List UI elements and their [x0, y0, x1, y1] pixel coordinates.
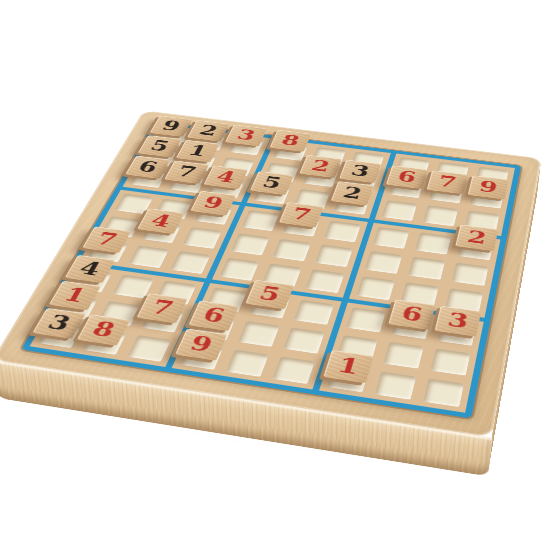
cell-recess	[415, 232, 451, 254]
cell-recess	[315, 244, 353, 267]
cell-r4c4[interactable]	[237, 207, 284, 234]
cell-r5c3[interactable]	[178, 224, 227, 252]
cell-recess	[127, 335, 171, 362]
cell-recess	[356, 276, 395, 300]
tile-8-r1c4[interactable]: 8	[270, 130, 312, 152]
tile-number: 4	[76, 259, 104, 278]
cell-recess	[242, 210, 280, 231]
cell-r4c9[interactable]: 2	[453, 235, 498, 263]
tile-number: 7	[149, 297, 177, 317]
box-3-2: 569	[172, 283, 342, 390]
cell-r6c7[interactable]	[351, 273, 399, 303]
cell-recess	[220, 258, 260, 281]
tile-5-r3c4[interactable]: 5	[250, 171, 294, 195]
tile-number: 2	[466, 228, 488, 246]
cell-r7c7[interactable]	[341, 304, 391, 336]
tile-number: 3	[235, 128, 258, 143]
cell-r7c6[interactable]	[289, 297, 339, 329]
cell-r9c3[interactable]	[122, 332, 177, 366]
tile-number: 4	[214, 169, 238, 185]
cell-recess	[373, 227, 410, 249]
cell-recess	[383, 342, 423, 369]
cell-r4c7[interactable]	[368, 224, 414, 252]
cell-recess	[324, 221, 361, 243]
cell-recess	[226, 350, 269, 377]
cell-r5c9[interactable]	[447, 260, 493, 289]
cell-r5c6[interactable]	[310, 242, 358, 270]
tile-number: 3	[446, 310, 470, 331]
tile-number: 2	[310, 158, 333, 174]
tile-7-r6c1[interactable]: 7	[82, 226, 131, 253]
cell-recess	[365, 251, 403, 274]
cell-recess	[305, 269, 344, 293]
tile-number: 8	[89, 319, 118, 340]
cell-recess	[273, 239, 311, 262]
tile-number: 6	[396, 169, 418, 185]
cell-recess	[423, 378, 464, 407]
tile-number: 3	[45, 312, 74, 333]
cell-recess	[408, 257, 445, 280]
cell-recess	[375, 371, 417, 400]
tile-number: 7	[437, 174, 458, 190]
tile-number: 2	[341, 185, 364, 201]
cell-recess	[430, 348, 470, 375]
tile-number: 7	[290, 206, 314, 223]
cell-r8c3[interactable]: 7	[136, 304, 189, 336]
cell-r3c7[interactable]	[377, 198, 422, 224]
cell-r8c8[interactable]	[378, 338, 429, 372]
cell-r8c9[interactable]	[425, 345, 475, 379]
cell-r9c8[interactable]	[369, 368, 421, 404]
cell-r5c7[interactable]	[360, 248, 407, 277]
cell-r2c9[interactable]: 9	[466, 186, 509, 212]
cell-r9c2[interactable]: 8	[77, 325, 132, 358]
tile-number: 9	[478, 179, 499, 195]
cell-r2c7[interactable]: 6	[384, 176, 428, 201]
tile-number: 3	[349, 163, 371, 179]
sudoku-tray: 92351674823526799477241738569631	[0, 110, 541, 437]
cell-recess	[346, 307, 386, 333]
tile-6-r2c7[interactable]: 6	[386, 165, 428, 189]
cell-r9c9[interactable]	[418, 375, 469, 411]
tile-number: 6	[200, 305, 227, 325]
tile-number: 1	[186, 143, 210, 158]
cell-recess	[382, 200, 418, 221]
tile-number: 4	[148, 212, 174, 229]
cell-r8c6[interactable]	[278, 324, 330, 357]
tile-number: 1	[61, 285, 90, 305]
cell-recess	[272, 356, 315, 384]
cell-recess	[423, 205, 458, 226]
cell-r9c4[interactable]: 9	[174, 340, 228, 374]
tile-8-r9c2[interactable]: 8	[77, 314, 130, 345]
cell-recess	[452, 263, 489, 287]
cell-recess	[129, 245, 169, 268]
cell-r7c8[interactable]: 6	[387, 310, 436, 342]
tile-number: 5	[260, 175, 283, 191]
cell-recess	[231, 233, 270, 255]
tile-3-r7c9[interactable]: 3	[435, 306, 482, 337]
cell-r9c6[interactable]	[267, 353, 320, 388]
cell-r1c3[interactable]: 3	[224, 135, 268, 158]
sudoku-grid: 92351674823526799477241738569631	[21, 121, 521, 418]
tile-number: 9	[201, 194, 226, 211]
cell-recess	[170, 251, 210, 274]
box-1-1: 92351674	[123, 125, 271, 203]
cell-r6c6[interactable]	[301, 266, 350, 296]
tile-number: 5	[148, 138, 172, 153]
cell-r3c6[interactable]: 2	[329, 192, 374, 218]
tile-number: 6	[136, 159, 160, 175]
tile-number: 6	[400, 304, 425, 324]
cell-r5c4[interactable]	[226, 231, 274, 259]
tile-number: 7	[94, 230, 121, 248]
tile-number: 5	[257, 284, 283, 304]
cell-r8c5[interactable]	[233, 318, 285, 351]
cell-r4c8[interactable]	[410, 230, 455, 258]
tile-number: 2	[197, 123, 220, 137]
cell-r5c5[interactable]	[268, 236, 316, 264]
cell-r6c3[interactable]	[165, 248, 215, 277]
box-1-3: 679	[375, 154, 515, 236]
cell-r9c5[interactable]	[220, 346, 274, 380]
tile-number: 1	[335, 355, 362, 377]
cell-r5c8[interactable]	[403, 254, 450, 283]
tile-number: 8	[279, 133, 301, 148]
cell-r6c2[interactable]	[123, 243, 174, 272]
cell-r2c8[interactable]: 7	[425, 181, 468, 206]
cell-r7c9[interactable]: 3	[433, 317, 482, 350]
cell-r9c7[interactable]: 1	[322, 361, 375, 396]
box-3-3: 631	[319, 302, 484, 412]
photo-stage: 92351674823526799477241738569631	[0, 0, 560, 560]
cell-recess	[283, 327, 324, 353]
tile-number: 9	[160, 119, 183, 133]
tile-number: 9	[187, 333, 215, 355]
cell-recess	[238, 321, 280, 347]
cell-recess	[183, 227, 222, 249]
cell-r4c3[interactable]: 9	[190, 201, 238, 227]
tile-3-r1c3[interactable]: 3	[225, 125, 267, 147]
tile-number: 7	[175, 164, 199, 180]
cell-r4c6[interactable]	[319, 218, 365, 245]
tile-4-r7c1[interactable]: 4	[65, 255, 115, 283]
cell-r7c5[interactable]: 5	[244, 291, 295, 322]
cell-r3c8[interactable]	[418, 203, 462, 229]
cell-r4c5[interactable]: 7	[278, 213, 325, 240]
cell-recess	[294, 300, 334, 325]
